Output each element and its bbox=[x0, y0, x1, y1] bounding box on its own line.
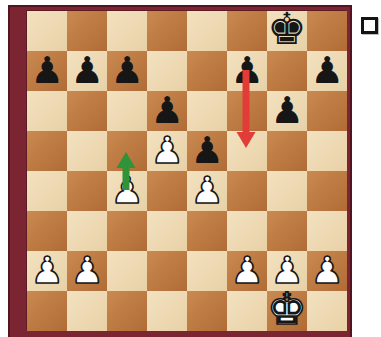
piece-black-pawn-b7[interactable]: ♟ bbox=[70, 52, 103, 89]
piece-black-pawn-a7[interactable]: ♟ bbox=[30, 52, 63, 89]
square-e6[interactable] bbox=[187, 91, 227, 131]
square-c6[interactable] bbox=[107, 91, 147, 131]
square-h5[interactable] bbox=[307, 131, 347, 171]
piece-black-pawn-d6[interactable]: ♟ bbox=[150, 92, 183, 129]
square-c7[interactable]: ♟ bbox=[107, 51, 147, 91]
square-e3[interactable] bbox=[187, 211, 227, 251]
square-a3[interactable] bbox=[27, 211, 67, 251]
square-h6[interactable] bbox=[307, 91, 347, 131]
square-f1[interactable] bbox=[227, 291, 267, 331]
square-a7[interactable]: ♟ bbox=[27, 51, 67, 91]
square-b2[interactable]: ♟ bbox=[67, 251, 107, 291]
piece-white-pawn-h2[interactable]: ♟ bbox=[310, 252, 343, 289]
square-c1[interactable] bbox=[107, 291, 147, 331]
piece-black-pawn-e5[interactable]: ♟ bbox=[190, 132, 223, 169]
square-c4[interactable]: ♟ bbox=[107, 171, 147, 211]
square-g3[interactable] bbox=[267, 211, 307, 251]
square-a2[interactable]: ♟ bbox=[27, 251, 67, 291]
square-g1[interactable]: ♚ bbox=[267, 291, 307, 331]
square-b1[interactable] bbox=[67, 291, 107, 331]
square-e5[interactable]: ♟ bbox=[187, 131, 227, 171]
square-e7[interactable] bbox=[187, 51, 227, 91]
piece-white-pawn-f2[interactable]: ♟ bbox=[230, 252, 263, 289]
square-a4[interactable] bbox=[27, 171, 67, 211]
square-f2[interactable]: ♟ bbox=[227, 251, 267, 291]
piece-black-pawn-h7[interactable]: ♟ bbox=[310, 52, 343, 89]
square-d1[interactable] bbox=[147, 291, 187, 331]
piece-white-pawn-d5[interactable]: ♟ bbox=[150, 132, 183, 169]
square-d4[interactable] bbox=[147, 171, 187, 211]
square-f3[interactable] bbox=[227, 211, 267, 251]
square-a6[interactable] bbox=[27, 91, 67, 131]
square-a8[interactable] bbox=[27, 11, 67, 51]
square-g7[interactable] bbox=[267, 51, 307, 91]
square-a5[interactable] bbox=[27, 131, 67, 171]
square-b4[interactable] bbox=[67, 171, 107, 211]
square-h1[interactable] bbox=[307, 291, 347, 331]
square-c3[interactable] bbox=[107, 211, 147, 251]
square-g8[interactable]: ♚ bbox=[267, 11, 307, 51]
square-b6[interactable] bbox=[67, 91, 107, 131]
square-c8[interactable] bbox=[107, 11, 147, 51]
piece-white-pawn-e4[interactable]: ♟ bbox=[190, 172, 223, 209]
square-b5[interactable] bbox=[67, 131, 107, 171]
square-d8[interactable] bbox=[147, 11, 187, 51]
square-f7[interactable]: ♟ bbox=[227, 51, 267, 91]
square-h4[interactable] bbox=[307, 171, 347, 211]
piece-black-pawn-f7[interactable]: ♟ bbox=[230, 52, 263, 89]
piece-white-king-g1[interactable]: ♚ bbox=[267, 287, 306, 331]
piece-white-pawn-c4[interactable]: ♟ bbox=[110, 172, 143, 209]
square-g4[interactable] bbox=[267, 171, 307, 211]
square-e2[interactable] bbox=[187, 251, 227, 291]
square-f5[interactable] bbox=[227, 131, 267, 171]
square-b3[interactable] bbox=[67, 211, 107, 251]
square-h7[interactable]: ♟ bbox=[307, 51, 347, 91]
square-h2[interactable]: ♟ bbox=[307, 251, 347, 291]
square-h8[interactable] bbox=[307, 11, 347, 51]
square-b8[interactable] bbox=[67, 11, 107, 51]
piece-white-pawn-a2[interactable]: ♟ bbox=[30, 252, 63, 289]
piece-black-pawn-c7[interactable]: ♟ bbox=[110, 52, 143, 89]
chess-board: ♚♟♟♟♟♟♟♟♟♟♟♟♟♟♟♟♟♚ bbox=[26, 10, 346, 330]
square-d6[interactable]: ♟ bbox=[147, 91, 187, 131]
square-g6[interactable]: ♟ bbox=[267, 91, 307, 131]
piece-black-king-g8[interactable]: ♚ bbox=[267, 7, 306, 51]
square-d2[interactable] bbox=[147, 251, 187, 291]
square-b7[interactable]: ♟ bbox=[67, 51, 107, 91]
square-f6[interactable] bbox=[227, 91, 267, 131]
square-c5[interactable] bbox=[107, 131, 147, 171]
square-d5[interactable]: ♟ bbox=[147, 131, 187, 171]
square-g5[interactable] bbox=[267, 131, 307, 171]
chess-board-frame: ♚♟♟♟♟♟♟♟♟♟♟♟♟♟♟♟♟♚ bbox=[8, 5, 352, 337]
square-e4[interactable]: ♟ bbox=[187, 171, 227, 211]
square-f4[interactable] bbox=[227, 171, 267, 211]
square-c2[interactable] bbox=[107, 251, 147, 291]
square-a1[interactable] bbox=[27, 291, 67, 331]
square-e1[interactable] bbox=[187, 291, 227, 331]
square-h3[interactable] bbox=[307, 211, 347, 251]
square-d7[interactable] bbox=[147, 51, 187, 91]
square-f8[interactable] bbox=[227, 11, 267, 51]
white-to-move-indicator bbox=[361, 17, 378, 34]
square-e8[interactable] bbox=[187, 11, 227, 51]
board-grid: ♚♟♟♟♟♟♟♟♟♟♟♟♟♟♟♟♟♚ bbox=[26, 10, 346, 330]
piece-white-pawn-b2[interactable]: ♟ bbox=[70, 252, 103, 289]
square-d3[interactable] bbox=[147, 211, 187, 251]
piece-black-pawn-g6[interactable]: ♟ bbox=[270, 92, 303, 129]
